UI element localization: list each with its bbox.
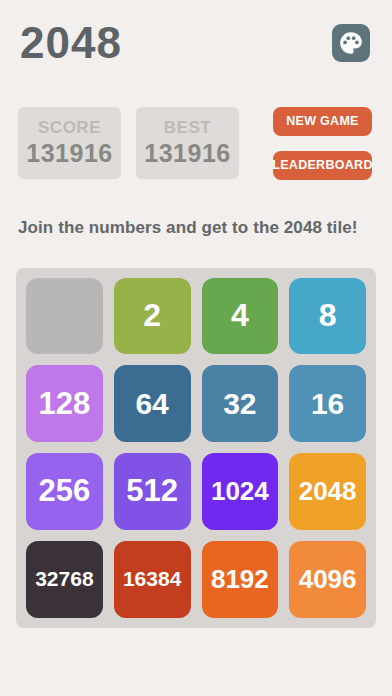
new-game-button[interactable]: NEW GAME: [273, 107, 372, 136]
tile-32: 32: [202, 365, 279, 442]
board[interactable]: 2481286432162565121024204832768163848192…: [16, 268, 376, 628]
tile-1024: 1024: [202, 453, 279, 530]
tile-8192: 8192: [202, 541, 279, 618]
app-title: 2048: [20, 18, 122, 69]
tile-4: 4: [202, 278, 279, 355]
controls-row: SCORE 131916 BEST 131916 NEW GAME LEADER…: [18, 107, 372, 180]
score-label: SCORE: [38, 118, 101, 138]
app-root: 2048 SCORE 131916 BEST 131916: [0, 0, 392, 696]
best-box: BEST 131916: [136, 107, 239, 179]
palette-icon: [338, 30, 364, 56]
tile-16384: 16384: [114, 541, 191, 618]
tile-8: 8: [289, 278, 366, 355]
leaderboard-button[interactable]: LEADERBOARD: [273, 151, 372, 180]
score-group: SCORE 131916 BEST 131916: [18, 107, 239, 180]
best-label: BEST: [164, 118, 211, 138]
score-value: 131916: [26, 139, 112, 168]
tile-512: 512: [114, 453, 191, 530]
theme-button[interactable]: [332, 24, 370, 62]
header: 2048: [0, 0, 392, 69]
tile-128: 128: [26, 365, 103, 442]
tagline: Join the numbers and get to the 2048 til…: [18, 218, 374, 238]
tile-2: 2: [114, 278, 191, 355]
tile-64: 64: [114, 365, 191, 442]
score-box: SCORE 131916: [18, 107, 121, 179]
tile-32768: 32768: [26, 541, 103, 618]
action-buttons: NEW GAME LEADERBOARD: [273, 107, 372, 180]
tile-4096: 4096: [289, 541, 366, 618]
tile-16: 16: [289, 365, 366, 442]
best-value: 131916: [144, 139, 230, 168]
tile-2048: 2048: [289, 453, 366, 530]
tile-256: 256: [26, 453, 103, 530]
empty-cell: [26, 278, 103, 355]
